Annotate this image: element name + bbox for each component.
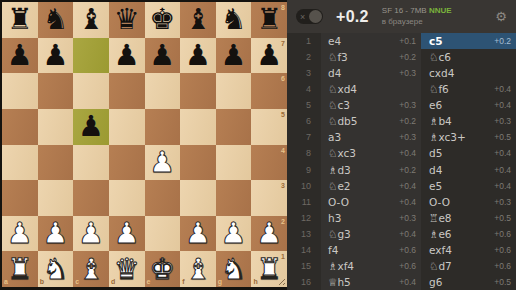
move-number: 7 — [287, 129, 321, 145]
black-king: ♚ — [145, 2, 181, 38]
move-san: ♘g3 — [328, 228, 399, 240]
square-d6[interactable] — [109, 73, 145, 109]
white-pawn: ♟ — [73, 216, 109, 252]
square-h5[interactable]: 5 — [251, 109, 287, 145]
white-pawn: ♟ — [180, 216, 216, 252]
black-move[interactable]: e6+0.4 — [421, 97, 516, 113]
black-pawn: ♟ — [38, 38, 74, 74]
black-move[interactable]: c5+0.2 — [421, 33, 516, 49]
move-row: 7a3+0.3♗xc3++0.5 — [287, 129, 516, 145]
gear-icon[interactable]: ⚙ — [495, 10, 507, 23]
square-c6[interactable] — [73, 73, 109, 109]
move-eval: +0.4 — [399, 229, 416, 239]
square-d1[interactable]: ♛d — [109, 251, 145, 287]
white-move[interactable]: ♘c3+0.3 — [321, 97, 421, 113]
white-move[interactable]: ♗xf4+0.6 — [321, 258, 421, 274]
square-d5[interactable] — [109, 109, 145, 145]
square-b2[interactable]: ♟ — [38, 216, 74, 252]
move-row: 9♗d3+0.2d4+0.4 — [287, 162, 516, 178]
square-h3[interactable]: 3 — [251, 180, 287, 216]
move-number: 15 — [287, 258, 321, 274]
white-move[interactable]: ♕h5+0.4 — [321, 274, 421, 290]
black-knight: ♞ — [216, 2, 252, 38]
move-eval: +0.4 — [399, 197, 416, 207]
move-row: 4♘xd4♘f6+0.4 — [287, 81, 516, 97]
square-g1[interactable]: ♞g — [216, 251, 252, 287]
black-pawn: ♟ — [180, 38, 216, 74]
move-row: 3d4+0.3cxd4 — [287, 65, 516, 81]
square-g3[interactable] — [216, 180, 252, 216]
move-eval: +0.3 — [494, 116, 511, 126]
white-move[interactable]: ♗d3+0.2 — [321, 162, 421, 178]
square-g2[interactable]: ♟ — [216, 216, 252, 252]
move-eval: +0.4 — [399, 181, 416, 191]
white-move[interactable]: ♘xd4 — [321, 81, 421, 97]
move-eval: +0.4 — [494, 84, 511, 94]
square-h4[interactable]: 4 — [251, 145, 287, 181]
square-e2[interactable] — [145, 216, 181, 252]
white-move[interactable]: ♘xc3+0.4 — [321, 145, 421, 161]
file-label: a — [4, 278, 8, 285]
rank-label: 5 — [281, 111, 285, 118]
square-e7[interactable]: ♟ — [145, 38, 181, 74]
file-label: b — [40, 278, 44, 285]
square-b6[interactable] — [38, 73, 74, 109]
square-f7[interactable]: ♟ — [180, 38, 216, 74]
move-row: 6♘db5+0.2♗b4+0.3 — [287, 113, 516, 129]
square-c1[interactable]: ♝c — [73, 251, 109, 287]
square-a3[interactable] — [2, 180, 38, 216]
move-san: d4 — [328, 67, 399, 79]
move-san: ♖e8 — [429, 212, 494, 224]
rank-label: 4 — [281, 147, 285, 154]
move-san: g6 — [429, 276, 494, 288]
rank-label: 7 — [281, 40, 285, 47]
square-f5[interactable] — [180, 109, 216, 145]
black-pawn: ♟ — [73, 109, 109, 145]
move-eval: +0.1 — [399, 36, 416, 46]
move-number: 9 — [287, 162, 321, 178]
move-row: 5♘c3+0.3e6+0.4 — [287, 97, 516, 113]
white-pawn: ♟ — [109, 216, 145, 252]
white-move[interactable]: d4+0.3 — [321, 65, 421, 81]
white-move[interactable]: h3+0.3 — [321, 210, 421, 226]
square-d2[interactable]: ♟ — [109, 216, 145, 252]
square-b3[interactable] — [38, 180, 74, 216]
square-d7[interactable]: ♟ — [109, 38, 145, 74]
black-move[interactable]: ♘d7+0.6 — [421, 258, 516, 274]
move-eval: +0.4 — [494, 100, 511, 110]
move-number: 8 — [287, 145, 321, 161]
square-g7[interactable]: ♟ — [216, 38, 252, 74]
move-row: 10♘e2+0.4e5+0.4 — [287, 178, 516, 194]
file-label: h — [253, 278, 257, 285]
rank-label: 2 — [281, 218, 285, 225]
move-row: 15♗xf4+0.6♘d7+0.6 — [287, 258, 516, 274]
black-move[interactable]: ♗e6+0.6 — [421, 226, 516, 242]
white-pawn: ♟ — [2, 216, 38, 252]
black-move[interactable]: cxd4 — [421, 65, 516, 81]
white-move[interactable]: ♘db5+0.2 — [321, 113, 421, 129]
engine-location: в браузере — [382, 17, 452, 27]
move-san: ♘c3 — [328, 99, 399, 111]
black-rook: ♜ — [2, 2, 38, 38]
move-eval: +0.4 — [494, 181, 511, 191]
move-number: 1 — [287, 33, 321, 49]
move-eval: +0.3 — [494, 197, 511, 207]
white-bishop: ♝ — [180, 251, 216, 287]
move-eval: +0.4 — [399, 277, 416, 287]
move-list: 1e4+0.1c5+0.22♘f3+0.2♘c63d4+0.3cxd44♘xd4… — [287, 33, 516, 290]
board-frame: ♜♞♝♛♚♝♞♜8♟♟♟♟♟♟♟76♟5♟43♟♟♟♟♟♟♟2♜a♞b♝c♛d♚… — [0, 0, 287, 290]
square-b4[interactable] — [38, 145, 74, 181]
square-b8[interactable]: ♞ — [38, 2, 74, 38]
white-move[interactable]: a3+0.3 — [321, 129, 421, 145]
move-san: ♘e2 — [328, 180, 399, 192]
move-eval: +0.4 — [399, 148, 416, 158]
move-number: 5 — [287, 97, 321, 113]
move-number: 3 — [287, 65, 321, 81]
toggle-knob-icon — [309, 10, 322, 23]
square-e1[interactable]: ♚e — [145, 251, 181, 287]
move-san: h3 — [328, 212, 399, 224]
move-san: f4 — [328, 244, 399, 256]
rank-label: 6 — [281, 75, 285, 82]
black-move[interactable]: ♘f6+0.4 — [421, 81, 516, 97]
square-c8[interactable]: ♝ — [73, 2, 109, 38]
move-row: 16♕h5+0.4g6+0.5 — [287, 274, 516, 290]
move-row: 12h3+0.3♖e8+0.5 — [287, 210, 516, 226]
square-c4[interactable] — [73, 145, 109, 181]
move-eval: +0.2 — [399, 116, 416, 126]
move-number: 4 — [287, 81, 321, 97]
square-c5[interactable]: ♟ — [73, 109, 109, 145]
square-d8[interactable]: ♛ — [109, 2, 145, 38]
move-san: O-O — [429, 196, 494, 208]
move-eval: +0.6 — [399, 261, 416, 271]
move-number: 10 — [287, 178, 321, 194]
square-a2[interactable]: ♟ — [2, 216, 38, 252]
move-eval: +0.6 — [399, 245, 416, 255]
move-san: ♘d7 — [429, 260, 494, 272]
square-c3[interactable] — [73, 180, 109, 216]
square-b5[interactable] — [38, 109, 74, 145]
black-move[interactable]: ♗xc3++0.5 — [421, 129, 516, 145]
white-pawn: ♟ — [145, 145, 181, 181]
move-eval: +0.4 — [494, 165, 511, 175]
square-g5[interactable] — [216, 109, 252, 145]
move-eval: +0.2 — [494, 36, 511, 46]
square-a5[interactable] — [2, 109, 38, 145]
square-a4[interactable] — [2, 145, 38, 181]
move-row: 2♘f3+0.2♘c6 — [287, 49, 516, 65]
file-label: f — [182, 278, 184, 285]
black-move[interactable]: O-O+0.3 — [421, 194, 516, 210]
white-move[interactable]: f4+0.6 — [321, 242, 421, 258]
engine-info: SF 16 - 7MB NNUE в браузере — [382, 6, 452, 27]
move-san: e6 — [429, 99, 494, 111]
move-san: ♗b4 — [429, 115, 494, 127]
square-f8[interactable]: ♝ — [180, 2, 216, 38]
square-a8[interactable]: ♜ — [2, 2, 38, 38]
square-g8[interactable]: ♞ — [216, 2, 252, 38]
square-c7[interactable] — [73, 38, 109, 74]
square-f4[interactable] — [180, 145, 216, 181]
square-h2[interactable]: ♟2 — [251, 216, 287, 252]
toggle-x-icon: × — [300, 12, 305, 21]
move-san: ♗xf4 — [328, 260, 399, 272]
black-move[interactable]: d5+0.4 — [421, 145, 516, 161]
nnue-badge: NNUE — [429, 6, 452, 15]
move-san: exf4 — [429, 244, 494, 256]
white-move[interactable]: e4+0.1 — [321, 33, 421, 49]
black-move[interactable]: ♖e8+0.5 — [421, 210, 516, 226]
move-eval: +0.6 — [494, 261, 511, 271]
move-san: ♘xd4 — [328, 83, 416, 95]
white-pawn: ♟ — [38, 216, 74, 252]
move-san: ♗xc3+ — [429, 131, 494, 143]
square-b7[interactable]: ♟ — [38, 38, 74, 74]
rank-label: 8 — [281, 4, 285, 11]
move-row: 14f4+0.6exf4+0.6 — [287, 242, 516, 258]
move-san: c5 — [429, 35, 494, 47]
square-e8[interactable]: ♚ — [145, 2, 181, 38]
square-e3[interactable] — [145, 180, 181, 216]
square-g6[interactable] — [216, 73, 252, 109]
square-g4[interactable] — [216, 145, 252, 181]
eval-score: +0.2 — [336, 8, 369, 26]
engine-panel: × +0.2 SF 16 - 7MB NNUE в браузере ⚙ 1e4… — [287, 0, 516, 290]
white-pawn: ♟ — [216, 216, 252, 252]
move-san: ♘xc3 — [328, 147, 399, 159]
move-eval: +0.3 — [399, 132, 416, 142]
black-knight: ♞ — [38, 2, 74, 38]
move-number: 6 — [287, 113, 321, 129]
black-move[interactable]: exf4+0.6 — [421, 242, 516, 258]
move-san: O-O — [328, 196, 399, 208]
square-f3[interactable] — [180, 180, 216, 216]
white-move[interactable]: O-O+0.4 — [321, 194, 421, 210]
move-row: 1e4+0.1c5+0.2 — [287, 33, 516, 49]
engine-name: SF 16 - 7MB — [382, 6, 427, 15]
move-eval: +0.5 — [494, 277, 511, 287]
black-move[interactable]: d4+0.4 — [421, 162, 516, 178]
square-a6[interactable] — [2, 73, 38, 109]
move-row: 11O-O+0.4O-O+0.3 — [287, 194, 516, 210]
move-number: 16 — [287, 274, 321, 290]
move-san: e4 — [328, 35, 399, 47]
move-number: 11 — [287, 194, 321, 210]
engine-toggle[interactable]: × — [296, 9, 323, 24]
square-f1[interactable]: ♝f — [180, 251, 216, 287]
black-pawn: ♟ — [216, 38, 252, 74]
move-san: cxd4 — [429, 67, 511, 79]
file-label: g — [218, 278, 222, 285]
move-eval: +0.3 — [399, 213, 416, 223]
move-san: ♘c6 — [429, 51, 511, 63]
move-san: d4 — [429, 164, 494, 176]
move-eval: +0.2 — [399, 165, 416, 175]
move-san: ♘f3 — [328, 51, 399, 63]
square-a1[interactable]: ♜a — [2, 251, 38, 287]
rank-label: 1 — [281, 253, 285, 260]
file-label: e — [147, 278, 151, 285]
file-label: c — [75, 278, 79, 285]
chess-analysis-app: ♜♞♝♛♚♝♞♜8♟♟♟♟♟♟♟76♟5♟43♟♟♟♟♟♟♟2♜a♞b♝c♛d♚… — [0, 0, 516, 290]
move-eval: +0.4 — [494, 148, 511, 158]
square-e4[interactable]: ♟ — [145, 145, 181, 181]
square-f2[interactable]: ♟ — [180, 216, 216, 252]
black-pawn: ♟ — [145, 38, 181, 74]
black-pawn: ♟ — [109, 38, 145, 74]
black-queen: ♛ — [109, 2, 145, 38]
square-h6[interactable]: 6 — [251, 73, 287, 109]
black-bishop: ♝ — [180, 2, 216, 38]
black-bishop: ♝ — [73, 2, 109, 38]
white-move[interactable]: ♘e2+0.4 — [321, 178, 421, 194]
square-h7[interactable]: ♟7 — [251, 38, 287, 74]
chess-board[interactable]: ♜♞♝♛♚♝♞♜8♟♟♟♟♟♟♟76♟5♟43♟♟♟♟♟♟♟2♜a♞b♝c♛d♚… — [2, 2, 287, 287]
move-eval: +0.3 — [399, 100, 416, 110]
move-san: ♗d3 — [328, 164, 399, 176]
move-eval: +0.5 — [494, 132, 511, 142]
black-move[interactable]: ♘c6 — [421, 49, 516, 65]
square-d4[interactable] — [109, 145, 145, 181]
square-a7[interactable]: ♟ — [2, 38, 38, 74]
file-label: d — [111, 278, 115, 285]
black-move[interactable]: e5+0.4 — [421, 178, 516, 194]
black-pawn: ♟ — [2, 38, 38, 74]
move-eval: +0.6 — [494, 245, 511, 255]
white-move[interactable]: ♘f3+0.2 — [321, 49, 421, 65]
move-number: 13 — [287, 226, 321, 242]
engine-header: × +0.2 SF 16 - 7MB NNUE в браузере ⚙ — [287, 0, 516, 33]
square-e5[interactable] — [145, 109, 181, 145]
square-d3[interactable] — [109, 180, 145, 216]
move-eval: +0.3 — [399, 68, 416, 78]
move-row: 13♘g3+0.4♗e6+0.6 — [287, 226, 516, 242]
move-number: 2 — [287, 49, 321, 65]
move-number: 14 — [287, 242, 321, 258]
move-eval: +0.5 — [494, 213, 511, 223]
move-eval: +0.2 — [399, 52, 416, 62]
rank-label: 3 — [281, 182, 285, 189]
black-move[interactable]: g6+0.5 — [421, 274, 516, 290]
square-e6[interactable] — [145, 73, 181, 109]
move-san: a3 — [328, 131, 399, 143]
square-b1[interactable]: ♞b — [38, 251, 74, 287]
square-c2[interactable]: ♟ — [73, 216, 109, 252]
white-move[interactable]: ♘g3+0.4 — [321, 226, 421, 242]
move-san: ♘db5 — [328, 115, 399, 127]
move-san: ♗e6 — [429, 228, 494, 240]
move-san: ♕h5 — [328, 276, 399, 288]
move-number: 12 — [287, 210, 321, 226]
black-move[interactable]: ♗b4+0.3 — [421, 113, 516, 129]
square-h8[interactable]: ♜8 — [251, 2, 287, 38]
square-f6[interactable] — [180, 73, 216, 109]
move-eval: +0.6 — [494, 229, 511, 239]
move-row: 8♘xc3+0.4d5+0.4 — [287, 145, 516, 161]
move-san: e5 — [429, 180, 494, 192]
move-san: d5 — [429, 147, 494, 159]
move-san: ♘f6 — [429, 83, 494, 95]
